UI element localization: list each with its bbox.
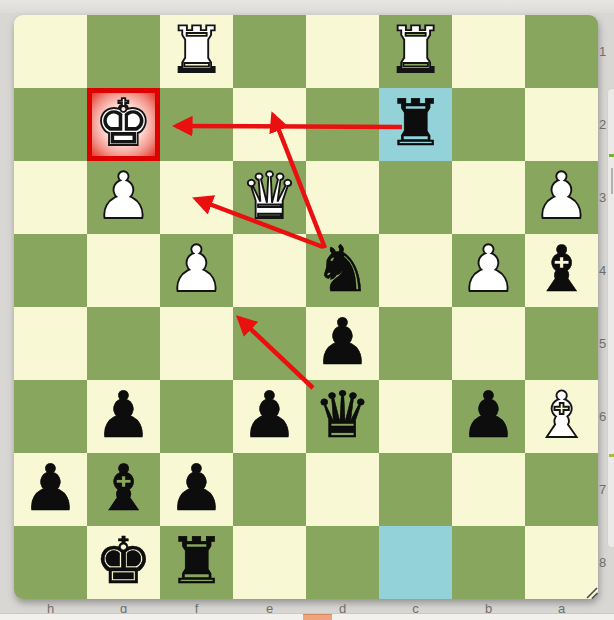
- square-a4[interactable]: ♝: [525, 234, 598, 307]
- white-pawn[interactable]: ♟: [460, 237, 517, 301]
- square-c6[interactable]: [379, 380, 452, 453]
- square-d4[interactable]: ♞: [306, 234, 379, 307]
- square-a8[interactable]: [525, 526, 598, 599]
- top-band: [0, 0, 614, 13]
- square-b8[interactable]: [452, 526, 525, 599]
- square-b4[interactable]: ♟: [452, 234, 525, 307]
- board-container: ♜♜♚♜♟♛♟♟♞♟♝♟♟♟♛♟♝♟♝♟♚♜: [14, 15, 598, 599]
- chess-board: ♜♜♚♜♟♛♟♟♞♟♝♟♟♟♛♟♝♟♝♟♚♜: [14, 15, 598, 599]
- white-bishop[interactable]: ♝: [533, 383, 590, 447]
- square-h7[interactable]: ♟: [14, 453, 87, 526]
- square-a7[interactable]: [525, 453, 598, 526]
- bottom-accent-bar: [303, 614, 332, 620]
- square-f7[interactable]: ♟: [160, 453, 233, 526]
- square-e1[interactable]: [233, 15, 306, 88]
- square-c4[interactable]: [379, 234, 452, 307]
- square-f2[interactable]: [160, 88, 233, 161]
- white-queen[interactable]: ♛: [241, 164, 298, 228]
- square-e4[interactable]: [233, 234, 306, 307]
- square-e6[interactable]: ♟: [233, 380, 306, 453]
- square-h5[interactable]: [14, 307, 87, 380]
- black-bishop[interactable]: ♝: [95, 456, 152, 520]
- square-g2[interactable]: ♚: [87, 88, 160, 161]
- square-d7[interactable]: [306, 453, 379, 526]
- square-h4[interactable]: [14, 234, 87, 307]
- black-pawn[interactable]: ♟: [22, 456, 79, 520]
- square-h3[interactable]: [14, 161, 87, 234]
- square-h2[interactable]: [14, 88, 87, 161]
- square-b1[interactable]: [452, 15, 525, 88]
- white-king[interactable]: ♚: [95, 91, 152, 155]
- square-d6[interactable]: ♛: [306, 380, 379, 453]
- square-d1[interactable]: [306, 15, 379, 88]
- square-h8[interactable]: [14, 526, 87, 599]
- square-a3[interactable]: ♟: [525, 161, 598, 234]
- white-pawn[interactable]: ♟: [95, 164, 152, 228]
- side-tick-green-bottom: [609, 454, 614, 457]
- white-pawn[interactable]: ♟: [533, 164, 590, 228]
- square-e5[interactable]: [233, 307, 306, 380]
- square-h6[interactable]: [14, 380, 87, 453]
- square-a1[interactable]: [525, 15, 598, 88]
- square-d5[interactable]: ♟: [306, 307, 379, 380]
- square-b6[interactable]: ♟: [452, 380, 525, 453]
- square-d2[interactable]: [306, 88, 379, 161]
- black-pawn[interactable]: ♟: [241, 383, 298, 447]
- square-f8[interactable]: ♜: [160, 526, 233, 599]
- black-bishop[interactable]: ♝: [533, 237, 590, 301]
- square-g6[interactable]: ♟: [87, 380, 160, 453]
- square-b2[interactable]: [452, 88, 525, 161]
- white-rook[interactable]: ♜: [168, 18, 225, 82]
- side-scrollbar-thumb[interactable]: [611, 168, 613, 194]
- black-queen[interactable]: ♛: [314, 383, 371, 447]
- black-knight[interactable]: ♞: [314, 237, 371, 301]
- square-f6[interactable]: [160, 380, 233, 453]
- rank-label-1: 1: [599, 15, 614, 88]
- square-e8[interactable]: [233, 526, 306, 599]
- square-e2[interactable]: [233, 88, 306, 161]
- square-a6[interactable]: ♝: [525, 380, 598, 453]
- square-g3[interactable]: ♟: [87, 161, 160, 234]
- square-g5[interactable]: [87, 307, 160, 380]
- black-king[interactable]: ♚: [95, 529, 152, 593]
- square-g7[interactable]: ♝: [87, 453, 160, 526]
- square-c5[interactable]: [379, 307, 452, 380]
- black-rook[interactable]: ♜: [387, 91, 444, 155]
- side-panel-edge: [607, 88, 614, 548]
- square-d3[interactable]: [306, 161, 379, 234]
- black-pawn[interactable]: ♟: [168, 456, 225, 520]
- square-d8[interactable]: [306, 526, 379, 599]
- side-tick-green-top: [609, 154, 614, 157]
- black-rook[interactable]: ♜: [168, 529, 225, 593]
- square-c7[interactable]: [379, 453, 452, 526]
- square-f4[interactable]: ♟: [160, 234, 233, 307]
- black-pawn[interactable]: ♟: [314, 310, 371, 374]
- square-c8[interactable]: [379, 526, 452, 599]
- square-g8[interactable]: ♚: [87, 526, 160, 599]
- square-h1[interactable]: [14, 15, 87, 88]
- square-g1[interactable]: [87, 15, 160, 88]
- white-pawn[interactable]: ♟: [168, 237, 225, 301]
- black-pawn[interactable]: ♟: [460, 383, 517, 447]
- square-b7[interactable]: [452, 453, 525, 526]
- square-b3[interactable]: [452, 161, 525, 234]
- square-a2[interactable]: [525, 88, 598, 161]
- square-b5[interactable]: [452, 307, 525, 380]
- black-pawn[interactable]: ♟: [95, 383, 152, 447]
- square-e3[interactable]: ♛: [233, 161, 306, 234]
- square-g4[interactable]: [87, 234, 160, 307]
- square-a5[interactable]: [525, 307, 598, 380]
- square-f5[interactable]: [160, 307, 233, 380]
- white-rook[interactable]: ♜: [387, 18, 444, 82]
- square-c3[interactable]: [379, 161, 452, 234]
- square-c1[interactable]: ♜: [379, 15, 452, 88]
- square-c2[interactable]: ♜: [379, 88, 452, 161]
- square-f3[interactable]: [160, 161, 233, 234]
- square-f1[interactable]: ♜: [160, 15, 233, 88]
- square-e7[interactable]: [233, 453, 306, 526]
